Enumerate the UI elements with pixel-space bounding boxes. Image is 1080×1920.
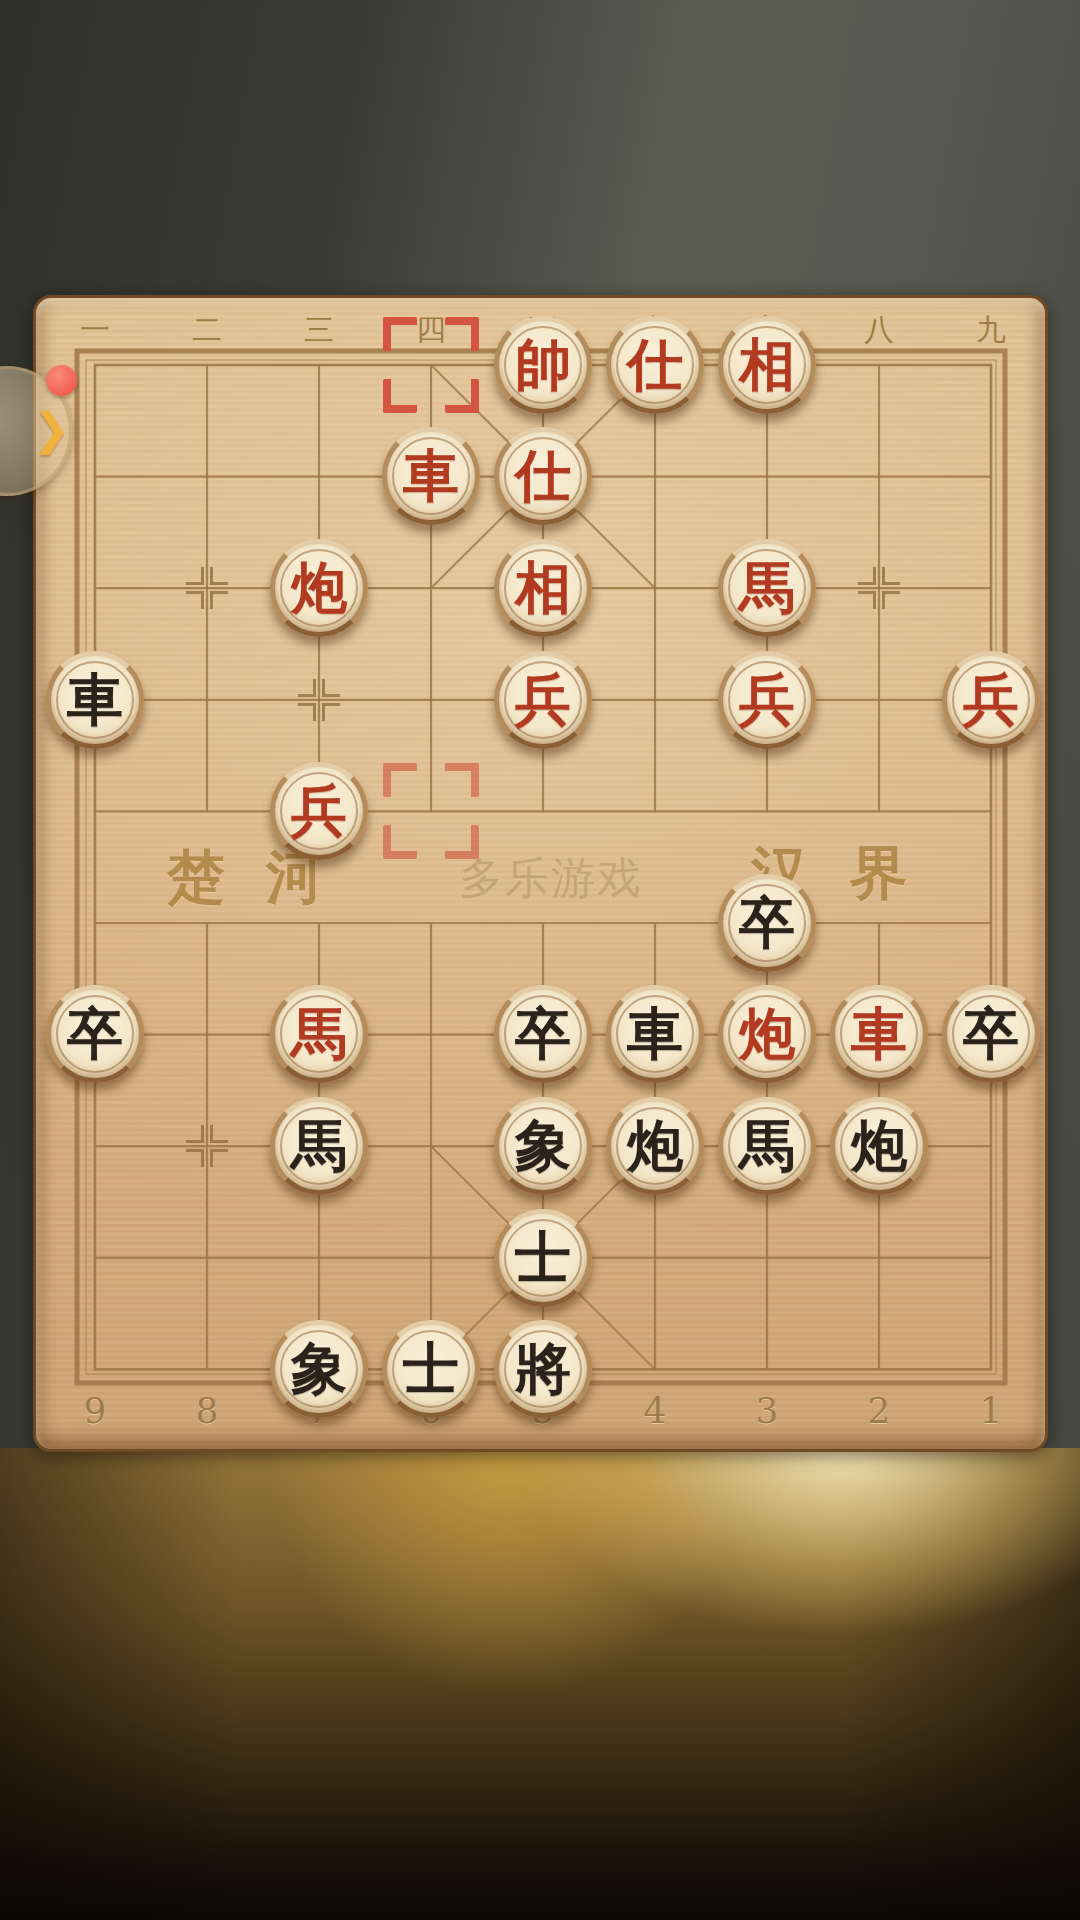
background-bottom: [0, 1448, 1080, 1920]
black-cannon-glyph: 炮: [851, 1117, 907, 1173]
black-horse-glyph: 馬: [291, 1117, 347, 1173]
red-cannon[interactable]: 炮: [718, 985, 816, 1083]
black-soldier-glyph: 卒: [963, 1005, 1019, 1061]
red-soldier-glyph: 兵: [739, 671, 795, 727]
red-soldier-glyph: 兵: [963, 671, 1019, 727]
red-king-glyph: 帥: [515, 336, 571, 392]
pieces-grid[interactable]: 帥仕相車仕炮相馬車兵兵兵兵卒卒馬卒車炮車卒馬象炮馬炮士象士將: [39, 309, 1047, 1425]
black-horse[interactable]: 馬: [718, 1097, 816, 1195]
red-horse[interactable]: 馬: [718, 539, 816, 637]
black-advisor[interactable]: 士: [494, 1209, 592, 1307]
xiangqi-board[interactable]: 楚河 汉界 多乐游戏 一二三四五六七八九 987654321 帥仕相車仕炮相馬車…: [33, 295, 1048, 1452]
black-chariot[interactable]: 車: [606, 985, 704, 1083]
red-cannon-glyph: 炮: [739, 1005, 795, 1061]
black-elephant-glyph: 象: [515, 1117, 571, 1173]
red-chariot[interactable]: 車: [830, 985, 928, 1083]
red-cannon-glyph: 炮: [291, 559, 347, 615]
black-chariot[interactable]: 車: [46, 651, 144, 749]
black-horse-glyph: 馬: [739, 1117, 795, 1173]
red-advisor[interactable]: 仕: [606, 316, 704, 414]
black-chariot-glyph: 車: [67, 671, 123, 727]
black-elephant[interactable]: 象: [270, 1320, 368, 1418]
black-king[interactable]: 將: [494, 1320, 592, 1418]
red-elephant[interactable]: 相: [718, 316, 816, 414]
red-elephant[interactable]: 相: [494, 539, 592, 637]
black-advisor-glyph: 士: [403, 1340, 459, 1396]
red-soldier[interactable]: 兵: [494, 651, 592, 749]
red-horse-glyph: 馬: [739, 559, 795, 615]
red-soldier-glyph: 兵: [515, 671, 571, 727]
red-soldier[interactable]: 兵: [270, 762, 368, 860]
black-soldier-glyph: 卒: [67, 1005, 123, 1061]
red-soldier-glyph: 兵: [291, 782, 347, 838]
red-horse-glyph: 馬: [291, 1005, 347, 1061]
red-soldier[interactable]: 兵: [942, 651, 1040, 749]
black-cannon-glyph: 炮: [627, 1117, 683, 1173]
xiangqi-app-screen: 楚河 汉界 多乐游戏 一二三四五六七八九 987654321 帥仕相車仕炮相馬車…: [0, 0, 1080, 1920]
black-soldier[interactable]: 卒: [942, 985, 1040, 1083]
black-cannon[interactable]: 炮: [830, 1097, 928, 1195]
red-advisor-glyph: 仕: [627, 336, 683, 392]
red-soldier[interactable]: 兵: [718, 651, 816, 749]
red-chariot-glyph: 車: [851, 1005, 907, 1061]
black-soldier-glyph: 卒: [515, 1005, 571, 1061]
red-advisor[interactable]: 仕: [494, 427, 592, 525]
black-advisor-glyph: 士: [515, 1229, 571, 1285]
black-elephant[interactable]: 象: [494, 1097, 592, 1195]
black-advisor[interactable]: 士: [382, 1320, 480, 1418]
black-soldier[interactable]: 卒: [46, 985, 144, 1083]
black-soldier-glyph: 卒: [739, 894, 795, 950]
black-soldier[interactable]: 卒: [718, 874, 816, 972]
red-advisor-glyph: 仕: [515, 447, 571, 503]
red-elephant-glyph: 相: [739, 336, 795, 392]
red-chariot[interactable]: 車: [382, 427, 480, 525]
red-elephant-glyph: 相: [515, 559, 571, 615]
red-king[interactable]: 帥: [494, 316, 592, 414]
notification-dot-icon: [46, 365, 77, 396]
red-horse[interactable]: 馬: [270, 985, 368, 1083]
red-cannon[interactable]: 炮: [270, 539, 368, 637]
black-cannon[interactable]: 炮: [606, 1097, 704, 1195]
drawer-arrow-icon: ❯: [33, 399, 70, 459]
black-horse[interactable]: 馬: [270, 1097, 368, 1195]
red-chariot-glyph: 車: [403, 447, 459, 503]
black-soldier[interactable]: 卒: [494, 985, 592, 1083]
black-chariot-glyph: 車: [627, 1005, 683, 1061]
black-king-glyph: 將: [515, 1340, 571, 1396]
black-elephant-glyph: 象: [291, 1340, 347, 1396]
